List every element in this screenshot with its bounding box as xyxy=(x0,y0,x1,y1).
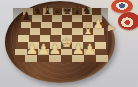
white-pawn-g2[interactable]: ♟ xyxy=(83,42,97,56)
square-a1[interactable] xyxy=(14,55,26,62)
white-pawn-d2[interactable]: ♟ xyxy=(48,42,62,56)
captured-white-pawn-lying: ♟ xyxy=(105,23,117,33)
white-bishop-g5[interactable]: ♝ xyxy=(81,24,95,37)
black-knight-g8[interactable]: ♞ xyxy=(80,5,94,16)
red-disc-badge-bottom xyxy=(118,12,138,30)
square-h1[interactable] xyxy=(96,55,108,62)
table-surface: ♞♝♛♚♝♞♟♟♝♚♟♟♟♟♟ ♟ xyxy=(0,0,138,87)
black-pawn-a7[interactable]: ♟ xyxy=(20,11,34,23)
